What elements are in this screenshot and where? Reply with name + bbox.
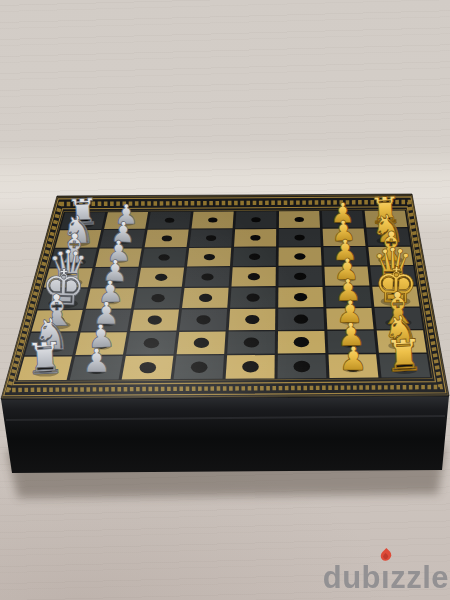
- chess-board-scene: ♜♟♟♜♞♟♟♞♝♟♟♝♛♟♟♛♚♟♟♚♝♟♟♝♞♟♟♞♜♟♟♜: [0, 0, 450, 600]
- watermark-dubizzle: dubızzle: [323, 562, 449, 593]
- board-base-side: [1, 396, 449, 473]
- piece-black-pawn: ♟: [338, 340, 368, 379]
- piece-white-rook: ♜: [24, 332, 65, 384]
- piece-white-pawn: ♟: [82, 342, 111, 380]
- photo-chess-set: ♜♟♟♜♞♟♟♞♝♟♟♝♛♟♟♛♚♟♟♚♝♟♟♝♞♟♟♞♜♟♟♜ dubızzl…: [0, 0, 450, 600]
- watermark-letter-i: ı: [381, 562, 390, 593]
- piece-black-rook: ♜: [383, 330, 424, 382]
- watermark-text-zzle: zzle: [390, 560, 449, 595]
- watermark-dotless-i: ı: [381, 560, 390, 595]
- watermark-text-dub: dub: [323, 560, 381, 595]
